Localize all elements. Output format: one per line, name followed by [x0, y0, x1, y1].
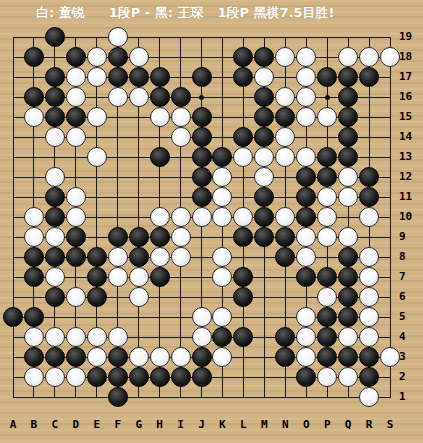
- stone-black: [150, 67, 170, 87]
- stone-black: [254, 127, 274, 147]
- stone-white: [296, 307, 316, 327]
- stone-white: [66, 327, 86, 347]
- col-label: B: [31, 419, 38, 431]
- stone-black: [108, 347, 128, 367]
- stone-white: [171, 127, 191, 147]
- stone-white: [45, 267, 65, 287]
- stone-white: [296, 67, 316, 87]
- stone-black: [275, 327, 295, 347]
- stone-white: [212, 247, 232, 267]
- stone-black: [338, 147, 358, 167]
- stone-white: [87, 107, 107, 127]
- stone-white: [45, 127, 65, 147]
- stone-white: [129, 347, 149, 367]
- stone-black: [317, 347, 337, 367]
- stone-black: [45, 247, 65, 267]
- stone-white: [275, 87, 295, 107]
- col-label: K: [219, 419, 226, 431]
- stone-black: [150, 87, 170, 107]
- stone-black: [24, 47, 44, 67]
- stone-white: [192, 327, 212, 347]
- stone-white: [87, 327, 107, 347]
- stone-white: [212, 307, 232, 327]
- stone-white: [24, 227, 44, 247]
- stone-white: [275, 47, 295, 67]
- stone-white: [66, 187, 86, 207]
- col-label: C: [52, 419, 59, 431]
- stone-white: [87, 67, 107, 87]
- stone-black: [317, 267, 337, 287]
- stone-white: [317, 287, 337, 307]
- grid-line: [13, 397, 391, 398]
- stone-black: [338, 107, 358, 127]
- stone-black: [129, 247, 149, 267]
- stone-white: [275, 147, 295, 167]
- go-app-window: 白: 童锐 1段P - 黑: 王琛 1段P 黑棋7.5目胜! ABCDEFGHI…: [0, 0, 423, 443]
- row-label: 1: [399, 391, 406, 403]
- stone-white: [338, 167, 358, 187]
- stone-white: [129, 287, 149, 307]
- stone-black: [338, 307, 358, 327]
- stone-white: [317, 187, 337, 207]
- stone-white: [108, 327, 128, 347]
- stone-white: [296, 147, 316, 167]
- col-label: R: [366, 419, 373, 431]
- stone-black: [359, 167, 379, 187]
- stone-white: [108, 247, 128, 267]
- stone-white: [317, 107, 337, 127]
- stone-black: [192, 67, 212, 87]
- stone-black: [317, 307, 337, 327]
- stone-black: [66, 47, 86, 67]
- stone-white: [380, 47, 400, 67]
- stone-black: [150, 147, 170, 167]
- stone-black: [24, 347, 44, 367]
- stone-black: [87, 247, 107, 267]
- stone-white: [254, 67, 274, 87]
- col-label: L: [240, 419, 247, 431]
- stone-white: [338, 327, 358, 347]
- stone-black: [192, 367, 212, 387]
- stone-black: [359, 367, 379, 387]
- col-label: A: [10, 419, 17, 431]
- stone-black: [233, 287, 253, 307]
- stone-black: [45, 347, 65, 367]
- col-label: N: [282, 419, 289, 431]
- stone-black: [129, 67, 149, 87]
- stone-white: [212, 187, 232, 207]
- stone-white: [150, 207, 170, 227]
- row-label: 5: [399, 311, 406, 323]
- star-point: [325, 95, 330, 100]
- stone-black: [359, 67, 379, 87]
- stone-white: [212, 167, 232, 187]
- stone-black: [296, 167, 316, 187]
- stone-black: [254, 187, 274, 207]
- row-label: 14: [399, 131, 412, 143]
- stone-black: [296, 187, 316, 207]
- stone-white: [212, 267, 232, 287]
- stone-white: [359, 267, 379, 287]
- stone-white: [233, 147, 253, 167]
- stone-black: [233, 327, 253, 347]
- stone-white: [129, 267, 149, 287]
- row-label: 11: [399, 191, 412, 203]
- stone-black: [129, 367, 149, 387]
- stone-white: [338, 187, 358, 207]
- col-label: D: [72, 419, 79, 431]
- stone-white: [275, 207, 295, 227]
- stone-white: [171, 207, 191, 227]
- col-label: F: [114, 419, 121, 431]
- star-point: [199, 95, 204, 100]
- stone-black: [108, 67, 128, 87]
- stone-white: [66, 87, 86, 107]
- stone-white: [338, 47, 358, 67]
- stone-white: [212, 347, 232, 367]
- row-label: 10: [399, 211, 412, 223]
- stone-black: [150, 367, 170, 387]
- stone-black: [296, 267, 316, 287]
- row-label: 19: [399, 31, 412, 43]
- stone-black: [171, 367, 191, 387]
- stone-black: [24, 247, 44, 267]
- stone-black: [338, 267, 358, 287]
- stone-black: [254, 47, 274, 67]
- stone-white: [108, 27, 128, 47]
- col-label: I: [177, 419, 184, 431]
- col-label: P: [324, 419, 331, 431]
- stone-white: [171, 347, 191, 367]
- stone-black: [192, 147, 212, 167]
- stone-black: [87, 287, 107, 307]
- row-label: 4: [399, 331, 406, 343]
- stone-black: [317, 167, 337, 187]
- stone-black: [87, 367, 107, 387]
- stone-white: [87, 147, 107, 167]
- stone-black: [359, 347, 379, 367]
- stone-black: [338, 287, 358, 307]
- stone-black: [254, 227, 274, 247]
- stone-black: [24, 307, 44, 327]
- stone-black: [192, 187, 212, 207]
- stone-white: [45, 327, 65, 347]
- col-label: Q: [345, 419, 352, 431]
- row-label: 15: [399, 111, 412, 123]
- stone-white: [317, 227, 337, 247]
- black-player-label: 1段P - 黑: 王琛: [109, 4, 204, 22]
- col-label: G: [135, 419, 142, 431]
- status-bar: 白: 童锐 1段P - 黑: 王琛 1段P 黑棋7.5目胜!: [0, 0, 423, 26]
- stone-black: [66, 347, 86, 367]
- stone-black: [192, 167, 212, 187]
- stone-white: [296, 247, 316, 267]
- stone-black: [233, 127, 253, 147]
- stone-white: [212, 207, 232, 227]
- stone-white: [24, 207, 44, 227]
- stone-black: [45, 67, 65, 87]
- stone-black: [275, 347, 295, 367]
- stone-black: [338, 347, 358, 367]
- white-player-label: 白: 童锐: [36, 4, 85, 22]
- stone-black: [45, 287, 65, 307]
- stone-black: [87, 267, 107, 287]
- stone-black: [3, 307, 23, 327]
- stone-white: [359, 387, 379, 407]
- stone-white: [66, 207, 86, 227]
- stone-white: [359, 47, 379, 67]
- row-label: 16: [399, 91, 412, 103]
- col-label: E: [93, 419, 100, 431]
- stone-white: [45, 367, 65, 387]
- stone-white: [317, 367, 337, 387]
- stone-black: [233, 227, 253, 247]
- stone-black: [108, 387, 128, 407]
- row-label: 9: [399, 231, 406, 243]
- stone-white: [380, 347, 400, 367]
- stone-white: [150, 247, 170, 267]
- col-label: J: [198, 419, 205, 431]
- stone-black: [338, 247, 358, 267]
- stone-black: [317, 327, 337, 347]
- stone-white: [359, 207, 379, 227]
- stone-black: [275, 227, 295, 247]
- stone-black: [254, 107, 274, 127]
- stone-white: [338, 367, 358, 387]
- stone-black: [192, 347, 212, 367]
- stone-black: [108, 227, 128, 247]
- stone-black: [171, 87, 191, 107]
- row-label: 6: [399, 291, 406, 303]
- stone-black: [338, 127, 358, 147]
- stone-white: [45, 227, 65, 247]
- stone-white: [24, 107, 44, 127]
- row-label: 18: [399, 51, 412, 63]
- stone-black: [233, 267, 253, 287]
- stone-black: [66, 247, 86, 267]
- stone-white: [359, 307, 379, 327]
- stone-white: [24, 367, 44, 387]
- grid-line: [13, 37, 391, 38]
- row-label: 17: [399, 71, 412, 83]
- stone-black: [338, 87, 358, 107]
- stone-white: [108, 267, 128, 287]
- stone-white: [66, 367, 86, 387]
- row-label: 8: [399, 251, 406, 263]
- row-label: 2: [399, 371, 406, 383]
- stone-white: [45, 167, 65, 187]
- stone-white: [108, 87, 128, 107]
- stone-black: [254, 87, 274, 107]
- stone-white: [254, 167, 274, 187]
- stone-black: [296, 207, 316, 227]
- stone-black: [254, 207, 274, 227]
- stone-white: [192, 307, 212, 327]
- stone-black: [233, 67, 253, 87]
- stone-black: [150, 227, 170, 247]
- row-label: 3: [399, 351, 406, 363]
- stone-white: [150, 107, 170, 127]
- stone-white: [66, 287, 86, 307]
- stone-white: [150, 347, 170, 367]
- stone-white: [129, 87, 149, 107]
- stone-white: [171, 227, 191, 247]
- stone-black: [108, 47, 128, 67]
- col-label: O: [303, 419, 310, 431]
- stone-black: [317, 147, 337, 167]
- stone-white: [87, 47, 107, 67]
- stone-black: [317, 67, 337, 87]
- row-label: 7: [399, 271, 406, 283]
- stone-white: [87, 347, 107, 367]
- col-label: H: [156, 419, 163, 431]
- stone-black: [45, 87, 65, 107]
- row-label: 12: [399, 171, 412, 183]
- stone-black: [233, 47, 253, 67]
- stone-black: [45, 207, 65, 227]
- col-label: M: [261, 419, 268, 431]
- stone-white: [296, 227, 316, 247]
- stone-white: [66, 127, 86, 147]
- stone-white: [254, 147, 274, 167]
- stone-black: [24, 87, 44, 107]
- stone-white: [296, 327, 316, 347]
- stone-black: [108, 367, 128, 387]
- stone-white: [275, 127, 295, 147]
- stone-black: [129, 227, 149, 247]
- stone-black: [359, 187, 379, 207]
- stone-white: [171, 107, 191, 127]
- stone-black: [296, 367, 316, 387]
- stone-black: [24, 267, 44, 287]
- row-label: 13: [399, 151, 412, 163]
- stone-black: [45, 107, 65, 127]
- stone-black: [275, 107, 295, 127]
- stone-white: [129, 47, 149, 67]
- stone-white: [359, 327, 379, 347]
- stone-black: [45, 187, 65, 207]
- stone-white: [24, 327, 44, 347]
- stone-white: [296, 107, 316, 127]
- stone-black: [192, 107, 212, 127]
- stone-white: [359, 287, 379, 307]
- col-label: S: [387, 419, 394, 431]
- stone-white: [296, 87, 316, 107]
- stone-white: [66, 67, 86, 87]
- stone-black: [338, 67, 358, 87]
- stone-white: [338, 227, 358, 247]
- stone-black: [275, 247, 295, 267]
- stone-white: [317, 207, 337, 227]
- stone-white: [296, 47, 316, 67]
- stone-white: [192, 207, 212, 227]
- stone-black: [66, 107, 86, 127]
- stone-black: [66, 227, 86, 247]
- stone-white: [359, 247, 379, 267]
- go-board[interactable]: ABCDEFGHIJKLMNOPQRS191817161514131211109…: [0, 26, 423, 443]
- stone-black: [212, 327, 232, 347]
- stone-black: [150, 267, 170, 287]
- result-label: 1段P 黑棋7.5目胜!: [217, 4, 334, 22]
- stone-white: [296, 347, 316, 367]
- stone-black: [192, 127, 212, 147]
- stone-white: [233, 207, 253, 227]
- stone-black: [45, 27, 65, 47]
- stone-white: [171, 247, 191, 267]
- stone-black: [212, 147, 232, 167]
